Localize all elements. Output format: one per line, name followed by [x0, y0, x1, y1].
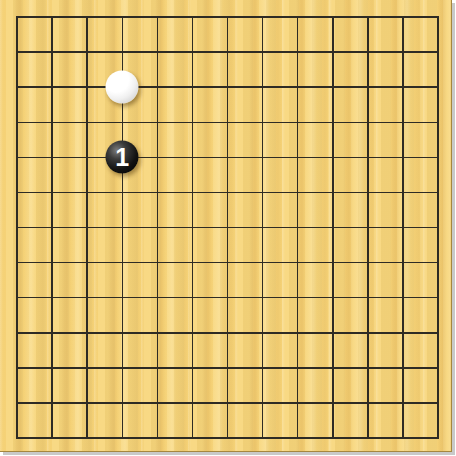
go-board: 1: [0, 0, 452, 452]
board-grid: [0, 0, 451, 451]
grid-line-horizontal: [16, 402, 439, 404]
move-number-label: 1: [115, 145, 129, 170]
grid-line-horizontal: [16, 367, 439, 369]
grid-line-vertical: [332, 16, 334, 439]
grid-line-horizontal: [16, 332, 439, 334]
grid-line-vertical: [297, 16, 299, 439]
page: 1: [0, 0, 456, 456]
white-stone: [106, 71, 139, 104]
grid-line-vertical: [367, 16, 369, 439]
black-stone: 1: [106, 141, 139, 174]
grid-line-vertical: [437, 16, 439, 439]
grid-line-vertical: [262, 16, 264, 439]
grid-line-horizontal: [16, 437, 439, 439]
grid-line-vertical: [402, 16, 404, 439]
grid-line-horizontal: [16, 297, 439, 299]
grid-line-horizontal: [16, 227, 439, 229]
grid-line-horizontal: [16, 262, 439, 264]
